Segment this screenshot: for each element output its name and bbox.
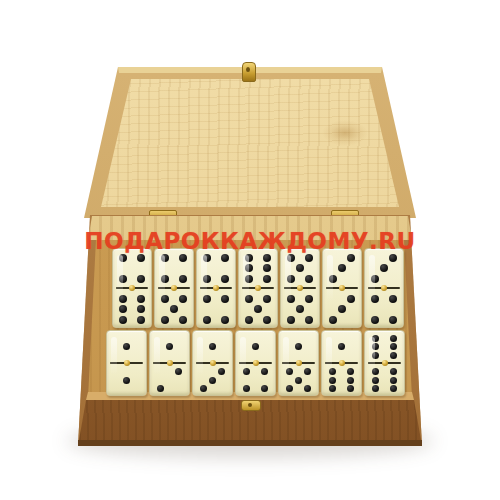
domino-tile-1-2[interactable] [149, 330, 190, 396]
pip [329, 377, 336, 384]
keyplate-hole [248, 403, 252, 407]
pip [347, 385, 354, 392]
tile-glare [369, 337, 375, 375]
pip [304, 368, 311, 375]
pip [200, 385, 207, 392]
pip [296, 305, 304, 313]
domino-tile-1-3[interactable] [192, 330, 233, 396]
pip [245, 316, 253, 324]
tile-glare [285, 255, 291, 302]
pip [170, 305, 178, 313]
pip [286, 385, 293, 392]
pip [347, 368, 354, 375]
pip [347, 295, 355, 303]
domino-tile-1-5[interactable] [278, 330, 319, 396]
pip [137, 295, 145, 303]
pip [209, 343, 216, 350]
pip [254, 305, 262, 313]
domino-tile-1-1[interactable] [106, 330, 147, 396]
pip [203, 316, 211, 324]
pip [179, 275, 187, 283]
pip [329, 385, 336, 392]
domino-row-front [106, 330, 405, 396]
pip [263, 254, 271, 262]
pip [390, 335, 397, 342]
clasp-body [242, 62, 256, 82]
pip [305, 254, 313, 262]
tile-glare [117, 255, 123, 302]
domino-tile-6-5[interactable] [238, 248, 278, 328]
pip [372, 377, 379, 384]
pip [218, 368, 225, 375]
pip [252, 343, 259, 350]
pip [137, 316, 145, 324]
domino-tile-4-4[interactable] [196, 248, 236, 328]
pip [390, 343, 397, 350]
pip [166, 343, 173, 350]
pip [380, 264, 388, 272]
domino-tile-5-5[interactable] [280, 248, 320, 328]
pip [389, 316, 397, 324]
tile-glare [197, 337, 203, 375]
pip [390, 377, 397, 384]
domino-tile-3-4[interactable] [364, 248, 404, 328]
tile-glare [283, 337, 289, 375]
pip [221, 295, 229, 303]
pip [179, 316, 187, 324]
pip [123, 343, 130, 350]
domino-row-back [112, 248, 404, 328]
domino-tile-6-6[interactable] [364, 330, 405, 396]
pip [338, 305, 346, 313]
pip [304, 385, 311, 392]
pip [389, 295, 397, 303]
tile-glare [240, 337, 246, 375]
pip [161, 316, 169, 324]
pip [305, 295, 313, 303]
pip [263, 264, 271, 272]
tile-glare [154, 337, 160, 375]
pip [295, 343, 302, 350]
pip [243, 385, 250, 392]
pip [372, 385, 379, 392]
pip [179, 295, 187, 303]
pip [329, 316, 337, 324]
pip [371, 316, 379, 324]
pip [137, 275, 145, 283]
tile-glare [201, 255, 207, 302]
pip [390, 385, 397, 392]
pip [119, 305, 127, 313]
pip [338, 264, 346, 272]
pip [221, 275, 229, 283]
tile-glare [159, 255, 165, 302]
pip [123, 377, 130, 384]
brass-clasp [239, 60, 257, 82]
tile-glare [243, 255, 249, 302]
tile-glare [111, 337, 117, 375]
brass-keyplate [241, 398, 259, 411]
pip [263, 316, 271, 324]
pip [305, 275, 313, 283]
clasp-hole [246, 67, 250, 72]
pip [390, 368, 397, 375]
pip [137, 254, 145, 262]
pip [119, 316, 127, 324]
pip [389, 254, 397, 262]
domino-tile-4-6[interactable] [112, 248, 152, 328]
domino-tile-4-5[interactable] [154, 248, 194, 328]
pip [347, 377, 354, 384]
domino-tile-1-6[interactable] [321, 330, 362, 396]
tile-glare [326, 337, 332, 375]
pip [347, 254, 355, 262]
pip [157, 385, 164, 392]
pip [263, 275, 271, 283]
pip [175, 368, 182, 375]
pip [296, 264, 304, 272]
pip [179, 254, 187, 262]
pip [261, 368, 268, 375]
domino-tile-1-4[interactable] [235, 330, 276, 396]
pip [221, 254, 229, 262]
pip [261, 385, 268, 392]
pip [137, 305, 145, 313]
pip [287, 316, 295, 324]
pip [263, 295, 271, 303]
wood-knot [322, 120, 368, 146]
pip [338, 343, 345, 350]
watermark-text: ПОДАРОККАЖДОМУ.RU [0, 228, 500, 254]
tile-glare [327, 255, 333, 302]
pip [305, 316, 313, 324]
pip [209, 377, 216, 384]
pip [390, 352, 397, 359]
pip [295, 377, 302, 384]
domino-tile-3-3[interactable] [322, 248, 362, 328]
tile-glare [369, 255, 375, 302]
pip [221, 316, 229, 324]
product-photo-domino-box: ПОДАРОККАЖДОМУ.RU [0, 0, 500, 500]
